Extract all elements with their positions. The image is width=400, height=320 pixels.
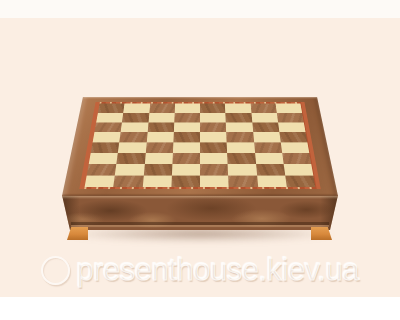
board-square (121, 122, 148, 132)
board-square (144, 153, 172, 164)
board-square (118, 142, 146, 153)
board-square (85, 175, 115, 187)
background-bottom-strip (0, 297, 400, 320)
watermark-text: presenthouse.kiev.ua (76, 252, 358, 288)
board-square (173, 132, 200, 142)
board-square (200, 113, 226, 123)
board-square (200, 104, 226, 113)
board-square (228, 175, 257, 187)
board-square (226, 122, 253, 132)
board-square (250, 104, 276, 113)
board-square (174, 104, 200, 113)
board-square (91, 142, 120, 153)
circle-emblem-icon (41, 256, 70, 285)
board-square (122, 113, 149, 123)
board-square (285, 175, 315, 187)
board-square (89, 153, 118, 164)
board-wooden-frame (62, 97, 338, 196)
board-square (281, 142, 310, 153)
board-square (257, 175, 287, 187)
copper-inlay-border (79, 102, 320, 189)
board-square (255, 153, 284, 164)
board-square (225, 104, 251, 113)
board-square (94, 122, 122, 132)
board-square (149, 104, 175, 113)
cast-shadow (64, 228, 336, 242)
background-top-strip (0, 0, 400, 18)
board-square (142, 175, 171, 187)
board-square (117, 153, 146, 164)
board-square (115, 164, 144, 175)
board-square (147, 122, 174, 132)
board-square (113, 175, 143, 187)
box-molding-groove (71, 222, 329, 225)
board-square (172, 164, 200, 175)
board-square (173, 142, 200, 153)
board-square (253, 132, 281, 142)
board-square (279, 132, 307, 142)
board-square (145, 142, 173, 153)
board-square (200, 164, 228, 175)
board-square (227, 142, 255, 153)
board-square (226, 113, 252, 123)
board-square (200, 142, 227, 153)
board-top-surface (62, 97, 338, 196)
board-square (200, 175, 229, 187)
board-square (171, 175, 200, 187)
board-square (283, 164, 313, 175)
product-photo-canvas: presenthouse.kiev.ua (0, 0, 400, 320)
board-square (174, 122, 200, 132)
board-square (275, 104, 302, 113)
board-square (200, 153, 228, 164)
board-square (87, 164, 117, 175)
board-square (277, 113, 304, 123)
board-square (96, 113, 123, 123)
watermark: presenthouse.kiev.ua (10, 252, 390, 288)
chessboard-grid (85, 104, 316, 188)
board-square (172, 153, 200, 164)
board-square (252, 122, 279, 132)
board-square (146, 132, 173, 142)
board-square (123, 104, 149, 113)
board-square (282, 153, 311, 164)
board-square (228, 164, 257, 175)
board-square (227, 153, 255, 164)
board-square (174, 113, 200, 123)
board-square (148, 113, 174, 123)
board-square (98, 104, 125, 113)
board-square (254, 142, 282, 153)
board-square (93, 132, 121, 142)
board-square (119, 132, 147, 142)
board-square (278, 122, 306, 132)
chess-box-front-panel (60, 195, 340, 230)
board-square (226, 132, 253, 142)
board-square (200, 122, 226, 132)
board-square (143, 164, 172, 175)
board-square (256, 164, 285, 175)
board-square (251, 113, 278, 123)
board-square (200, 132, 227, 142)
